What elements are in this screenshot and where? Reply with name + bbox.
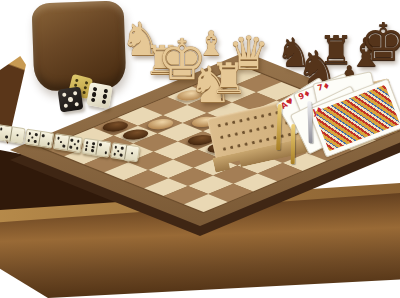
game-set-photo: ♞♜♚♝♞♜♛♞♞♜♟♝♚A♥9♦7♦J♦ — [0, 0, 400, 298]
pip — [34, 140, 37, 143]
pip — [74, 102, 79, 107]
pip — [84, 81, 89, 86]
pip — [92, 142, 95, 145]
domino-half — [95, 141, 111, 157]
domino-half — [9, 127, 25, 143]
white-die — [86, 82, 113, 109]
pip — [76, 147, 79, 150]
dark-wood-king-piece: ♚ — [360, 16, 400, 68]
pip — [73, 96, 79, 102]
pip — [62, 92, 67, 97]
pip — [120, 154, 123, 157]
pip — [68, 102, 74, 108]
pip — [102, 94, 107, 99]
brass-cribbage-peg — [291, 124, 296, 164]
pip — [5, 136, 8, 139]
pip — [73, 91, 78, 96]
light-wood-queen-piece: ♛ — [228, 30, 269, 76]
pip — [101, 99, 106, 104]
pip — [91, 149, 94, 152]
domino-half — [124, 145, 140, 161]
pip — [104, 151, 107, 154]
card-corner-index: A♥ — [280, 97, 296, 111]
black-die — [58, 87, 84, 113]
pip — [62, 145, 65, 148]
domino-half — [66, 136, 82, 152]
pip — [90, 97, 95, 102]
domino-tile — [0, 124, 26, 144]
pip — [83, 85, 88, 90]
pip — [103, 88, 108, 93]
pip — [67, 91, 73, 97]
pip — [133, 155, 137, 159]
pip — [95, 98, 102, 105]
domino-half — [38, 132, 54, 148]
card-corner-index: 9♦ — [297, 89, 312, 101]
pip — [63, 103, 68, 108]
card-corner-index: 7♦ — [317, 82, 331, 92]
pip — [91, 92, 96, 97]
pip — [82, 90, 87, 95]
pip — [18, 137, 22, 141]
pip — [47, 142, 50, 145]
